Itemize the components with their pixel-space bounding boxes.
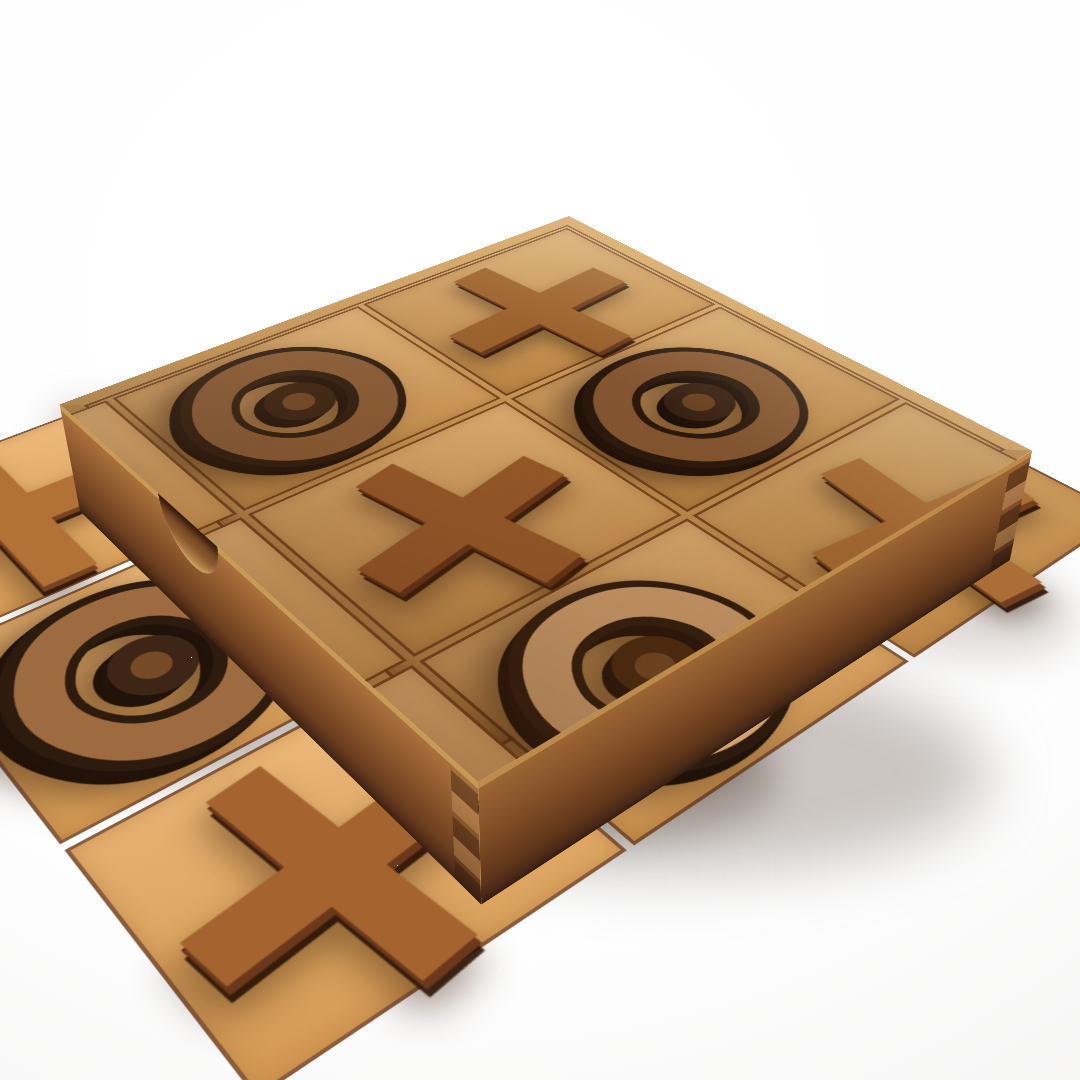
photo-backdrop: ×○○●●×○○●●×○○●●×○○●●× <box>0 0 1080 1080</box>
cell-r1c1[interactable]: × <box>253 403 677 653</box>
x-piece[interactable]: × <box>327 419 624 629</box>
tictactoe-board: ×○○●●×○○●●×○○●●×○○●●× <box>84 225 1006 758</box>
o-piece[interactable]: ○○●● <box>172 331 443 477</box>
